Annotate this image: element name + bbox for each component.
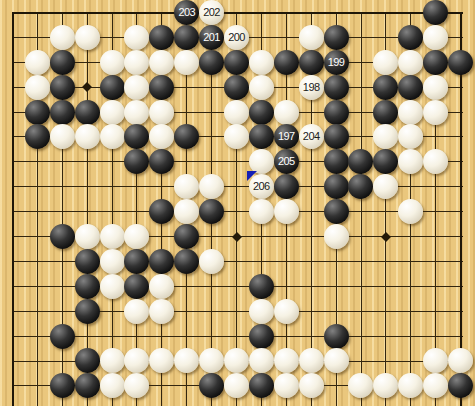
stone-black bbox=[324, 324, 349, 349]
board-cell[interactable] bbox=[100, 249, 125, 274]
board-cell[interactable] bbox=[423, 0, 448, 25]
board-cell[interactable] bbox=[50, 124, 75, 149]
board-cell[interactable] bbox=[274, 373, 299, 398]
board-cell[interactable] bbox=[149, 348, 174, 373]
move-number-label: 206 bbox=[253, 181, 270, 192]
stone-white: 204 bbox=[299, 124, 324, 149]
board-cell[interactable] bbox=[249, 348, 274, 373]
last-move-marker bbox=[247, 171, 257, 181]
board-cell[interactable] bbox=[75, 348, 100, 373]
board-cell[interactable] bbox=[100, 50, 125, 75]
stone-white bbox=[249, 75, 274, 100]
board-cell[interactable] bbox=[324, 25, 349, 50]
board-cell[interactable] bbox=[149, 274, 174, 299]
board-cell[interactable] bbox=[324, 124, 349, 149]
stone-white bbox=[274, 348, 299, 373]
board-cell[interactable] bbox=[348, 174, 373, 199]
stone-black bbox=[324, 75, 349, 100]
stone-black bbox=[324, 174, 349, 199]
stone-white bbox=[75, 124, 100, 149]
board-cell[interactable] bbox=[324, 224, 349, 249]
stone-white bbox=[373, 124, 398, 149]
board-cell[interactable] bbox=[324, 174, 349, 199]
board-cell[interactable] bbox=[224, 75, 249, 100]
board-cell[interactable] bbox=[398, 50, 423, 75]
board-cell[interactable] bbox=[75, 124, 100, 149]
stone-black bbox=[199, 373, 224, 398]
stone-black bbox=[274, 174, 299, 199]
stone-white bbox=[448, 348, 473, 373]
board-cell[interactable] bbox=[373, 124, 398, 149]
board-cell[interactable] bbox=[324, 348, 349, 373]
board-cell[interactable] bbox=[100, 274, 125, 299]
board-cell[interactable] bbox=[299, 373, 324, 398]
board-cell[interactable] bbox=[199, 174, 224, 199]
move-number-label: 198 bbox=[303, 82, 320, 93]
board-cell[interactable] bbox=[398, 124, 423, 149]
stone-black bbox=[423, 50, 448, 75]
stone-white bbox=[25, 75, 50, 100]
stone-black bbox=[124, 149, 149, 174]
board-cell[interactable] bbox=[75, 274, 100, 299]
stone-white bbox=[324, 224, 349, 249]
board-cell[interactable] bbox=[100, 373, 125, 398]
move-number-label: 205 bbox=[278, 156, 295, 167]
stone-white bbox=[224, 373, 249, 398]
board-cell[interactable] bbox=[348, 149, 373, 174]
stone-white bbox=[249, 50, 274, 75]
board-cell[interactable] bbox=[199, 348, 224, 373]
stone-black bbox=[124, 249, 149, 274]
board-cell[interactable] bbox=[249, 100, 274, 125]
stone-black bbox=[50, 373, 75, 398]
board-cell[interactable] bbox=[174, 348, 199, 373]
stone-black: 201 bbox=[199, 25, 224, 50]
board-cell[interactable] bbox=[373, 75, 398, 100]
stone-black bbox=[249, 324, 274, 349]
board-cell[interactable]: 202 bbox=[199, 0, 224, 25]
stone-white bbox=[224, 100, 249, 125]
board-cell[interactable] bbox=[448, 348, 473, 373]
board-cell[interactable] bbox=[423, 100, 448, 125]
board-cell[interactable] bbox=[398, 199, 423, 224]
stone-black bbox=[423, 0, 448, 25]
stone-white bbox=[423, 373, 448, 398]
stone-white bbox=[274, 373, 299, 398]
board-cell[interactable] bbox=[249, 124, 274, 149]
board-cell[interactable] bbox=[398, 149, 423, 174]
board-cell[interactable] bbox=[448, 50, 473, 75]
board-cell[interactable] bbox=[324, 199, 349, 224]
board-cell[interactable] bbox=[274, 50, 299, 75]
stone-black bbox=[224, 75, 249, 100]
board-cell[interactable] bbox=[423, 75, 448, 100]
stone-white bbox=[423, 348, 448, 373]
stone-white bbox=[50, 124, 75, 149]
stone-white bbox=[398, 100, 423, 125]
stone-black bbox=[324, 149, 349, 174]
stone-white bbox=[149, 124, 174, 149]
board-cell[interactable] bbox=[274, 299, 299, 324]
stone-white bbox=[149, 274, 174, 299]
stone-black bbox=[100, 75, 125, 100]
stone-white bbox=[423, 100, 448, 125]
board-cell[interactable] bbox=[249, 75, 274, 100]
board-cell[interactable] bbox=[75, 299, 100, 324]
board-cell[interactable] bbox=[50, 224, 75, 249]
stone-white bbox=[249, 348, 274, 373]
board-cell[interactable] bbox=[174, 199, 199, 224]
stone-black bbox=[324, 199, 349, 224]
stone-white bbox=[224, 348, 249, 373]
stone-white bbox=[299, 373, 324, 398]
stone-white bbox=[100, 274, 125, 299]
stone-black bbox=[50, 100, 75, 125]
stone-black bbox=[50, 75, 75, 100]
board-cell[interactable] bbox=[75, 224, 100, 249]
board-cell[interactable] bbox=[124, 25, 149, 50]
board-cell[interactable] bbox=[299, 25, 324, 50]
stone-black bbox=[124, 274, 149, 299]
stone-black bbox=[75, 100, 100, 125]
board-cell[interactable] bbox=[75, 249, 100, 274]
board-cell[interactable] bbox=[25, 124, 50, 149]
board-cell[interactable] bbox=[50, 75, 75, 100]
board-cell[interactable] bbox=[149, 199, 174, 224]
board-cell[interactable] bbox=[50, 324, 75, 349]
stone-white bbox=[149, 100, 174, 125]
move-number-label: 197 bbox=[278, 131, 295, 142]
board-cell[interactable] bbox=[249, 373, 274, 398]
board-cell[interactable] bbox=[274, 100, 299, 125]
board-cell[interactable] bbox=[124, 149, 149, 174]
stone-white bbox=[124, 299, 149, 324]
board-cell[interactable] bbox=[149, 249, 174, 274]
stone-black bbox=[373, 149, 398, 174]
board-cell[interactable] bbox=[199, 199, 224, 224]
stone-black bbox=[199, 199, 224, 224]
stone-white bbox=[398, 124, 423, 149]
board-cell[interactable]: 201 bbox=[199, 25, 224, 50]
stone-white bbox=[199, 249, 224, 274]
stone-black bbox=[373, 100, 398, 125]
stone-white bbox=[423, 149, 448, 174]
stone-white: 198 bbox=[299, 75, 324, 100]
stone-white: 200 bbox=[224, 25, 249, 50]
stone-black bbox=[75, 274, 100, 299]
stone-white bbox=[149, 50, 174, 75]
stone-black bbox=[149, 75, 174, 100]
stone-white bbox=[75, 25, 100, 50]
stone-black bbox=[348, 174, 373, 199]
stone-black bbox=[149, 199, 174, 224]
board-cell[interactable] bbox=[398, 100, 423, 125]
stone-black bbox=[224, 50, 249, 75]
stone-white bbox=[398, 149, 423, 174]
stone-white bbox=[100, 100, 125, 125]
board-cell[interactable] bbox=[249, 299, 274, 324]
board-cell[interactable] bbox=[100, 224, 125, 249]
stone-black: 199 bbox=[324, 50, 349, 75]
board-cell[interactable] bbox=[199, 373, 224, 398]
board-cell[interactable] bbox=[124, 299, 149, 324]
board-cell[interactable] bbox=[149, 25, 174, 50]
board-cell[interactable]: 199 bbox=[324, 50, 349, 75]
board-cell[interactable] bbox=[249, 324, 274, 349]
board-cell[interactable] bbox=[50, 100, 75, 125]
board-cell[interactable] bbox=[423, 50, 448, 75]
stone-white bbox=[224, 124, 249, 149]
board-cell[interactable] bbox=[149, 149, 174, 174]
board-cell[interactable]: 200 bbox=[224, 25, 249, 50]
go-board[interactable]: 203202201200199198197204205206 bbox=[0, 0, 475, 406]
stone-white bbox=[100, 348, 125, 373]
stone-black bbox=[149, 249, 174, 274]
board-cell[interactable] bbox=[149, 299, 174, 324]
stone-white bbox=[174, 50, 199, 75]
stone-black bbox=[249, 274, 274, 299]
stone-white bbox=[100, 249, 125, 274]
board-cell[interactable] bbox=[124, 274, 149, 299]
board-cell[interactable] bbox=[324, 100, 349, 125]
board-cell[interactable] bbox=[124, 75, 149, 100]
board-cell[interactable] bbox=[124, 100, 149, 125]
stone-white bbox=[149, 299, 174, 324]
board-cell[interactable] bbox=[423, 373, 448, 398]
stone-black bbox=[324, 100, 349, 125]
move-number-label: 202 bbox=[203, 7, 220, 18]
stone-black bbox=[75, 299, 100, 324]
move-number-label: 201 bbox=[203, 32, 220, 43]
stone-white bbox=[124, 100, 149, 125]
stone-black bbox=[75, 348, 100, 373]
stone-white bbox=[348, 373, 373, 398]
stone-black bbox=[25, 124, 50, 149]
board-cell[interactable] bbox=[75, 100, 100, 125]
stone-black bbox=[75, 373, 100, 398]
board-cell[interactable] bbox=[50, 373, 75, 398]
stone-white bbox=[324, 348, 349, 373]
board-cell[interactable] bbox=[174, 224, 199, 249]
board-cell[interactable] bbox=[50, 25, 75, 50]
board-cell[interactable]: 204 bbox=[299, 124, 324, 149]
stone-black bbox=[149, 25, 174, 50]
board-cell[interactable] bbox=[224, 50, 249, 75]
board-cell[interactable] bbox=[100, 75, 125, 100]
board-cell[interactable] bbox=[373, 100, 398, 125]
stone-white bbox=[124, 373, 149, 398]
stone-black bbox=[373, 75, 398, 100]
board-cell[interactable] bbox=[324, 75, 349, 100]
board-cell[interactable] bbox=[398, 373, 423, 398]
board-cell[interactable] bbox=[25, 75, 50, 100]
board-cell[interactable] bbox=[249, 199, 274, 224]
stone-white bbox=[249, 199, 274, 224]
stone-black bbox=[174, 124, 199, 149]
stone-white: 202 bbox=[199, 0, 224, 25]
board-cell[interactable] bbox=[324, 149, 349, 174]
stone-white bbox=[423, 25, 448, 50]
board-cell[interactable] bbox=[149, 100, 174, 125]
stone-white bbox=[124, 25, 149, 50]
board-cell[interactable] bbox=[100, 348, 125, 373]
board-cell[interactable] bbox=[423, 348, 448, 373]
board-cell[interactable] bbox=[199, 50, 224, 75]
board-cell[interactable] bbox=[50, 50, 75, 75]
stone-white bbox=[124, 75, 149, 100]
stone-black bbox=[249, 100, 274, 125]
board-cell[interactable] bbox=[25, 50, 50, 75]
stone-white bbox=[299, 25, 324, 50]
stone-black bbox=[324, 25, 349, 50]
stone-black bbox=[398, 75, 423, 100]
stone-white bbox=[100, 224, 125, 249]
board-cell[interactable] bbox=[373, 174, 398, 199]
board-cell[interactable] bbox=[25, 100, 50, 125]
stone-black bbox=[448, 50, 473, 75]
stone-black bbox=[174, 249, 199, 274]
board-cell[interactable] bbox=[149, 124, 174, 149]
stone-white bbox=[274, 100, 299, 125]
stone-white bbox=[423, 75, 448, 100]
board-cell[interactable] bbox=[398, 25, 423, 50]
board-cell[interactable] bbox=[423, 149, 448, 174]
board-cell[interactable] bbox=[249, 50, 274, 75]
stone-white bbox=[398, 373, 423, 398]
stone-black bbox=[299, 50, 324, 75]
stone-black bbox=[324, 124, 349, 149]
board-cell[interactable]: 205 bbox=[274, 149, 299, 174]
board-cell[interactable]: 197 bbox=[274, 124, 299, 149]
board-cell[interactable] bbox=[398, 75, 423, 100]
stone-black bbox=[274, 50, 299, 75]
board-cell[interactable] bbox=[373, 50, 398, 75]
board-cell[interactable] bbox=[124, 348, 149, 373]
board-cell[interactable] bbox=[224, 373, 249, 398]
stone-white bbox=[50, 25, 75, 50]
board-cell[interactable]: 198 bbox=[299, 75, 324, 100]
stone-white bbox=[299, 348, 324, 373]
stone-white bbox=[174, 199, 199, 224]
stone-white: 206 bbox=[249, 174, 274, 199]
board-cell[interactable] bbox=[299, 50, 324, 75]
stone-white bbox=[100, 373, 125, 398]
stone-black bbox=[149, 149, 174, 174]
stone-black: 203 bbox=[174, 0, 199, 25]
stone-white bbox=[124, 50, 149, 75]
board-cell[interactable] bbox=[249, 274, 274, 299]
board-cell[interactable]: 206 bbox=[249, 174, 274, 199]
board-cell[interactable] bbox=[100, 100, 125, 125]
stone-white bbox=[373, 373, 398, 398]
board-cell[interactable] bbox=[174, 249, 199, 274]
board-cell[interactable] bbox=[174, 174, 199, 199]
stone-white bbox=[274, 199, 299, 224]
board-cell[interactable] bbox=[373, 373, 398, 398]
stone-black bbox=[50, 224, 75, 249]
board-cell[interactable] bbox=[448, 373, 473, 398]
board-cell[interactable] bbox=[174, 50, 199, 75]
board-cell[interactable] bbox=[149, 50, 174, 75]
stone-white bbox=[249, 299, 274, 324]
stone-white bbox=[149, 348, 174, 373]
stone-white bbox=[75, 224, 100, 249]
stone-black bbox=[249, 373, 274, 398]
stone-black bbox=[249, 124, 274, 149]
board-cell[interactable] bbox=[124, 124, 149, 149]
board-cell[interactable]: 203 bbox=[174, 0, 199, 25]
stone-black bbox=[398, 25, 423, 50]
board-cell[interactable] bbox=[124, 373, 149, 398]
stone-white bbox=[199, 174, 224, 199]
stone-white bbox=[199, 348, 224, 373]
stone-white bbox=[398, 199, 423, 224]
board-cell[interactable] bbox=[75, 373, 100, 398]
move-number-label: 200 bbox=[228, 32, 245, 43]
board-cell[interactable] bbox=[324, 324, 349, 349]
board-cell[interactable] bbox=[299, 348, 324, 373]
move-number-label: 204 bbox=[303, 131, 320, 142]
board-cell[interactable] bbox=[224, 124, 249, 149]
stone-white bbox=[373, 50, 398, 75]
stone-white bbox=[174, 348, 199, 373]
board-cell[interactable] bbox=[174, 124, 199, 149]
stone-black bbox=[199, 50, 224, 75]
stone-white bbox=[25, 50, 50, 75]
stone-black: 197 bbox=[274, 124, 299, 149]
board-cell[interactable] bbox=[124, 249, 149, 274]
board-cell[interactable] bbox=[274, 199, 299, 224]
stone-black: 205 bbox=[274, 149, 299, 174]
stone-black bbox=[75, 249, 100, 274]
stone-white bbox=[100, 50, 125, 75]
stone-black bbox=[448, 373, 473, 398]
board-cell[interactable] bbox=[274, 348, 299, 373]
stone-black bbox=[25, 100, 50, 125]
board-cell[interactable] bbox=[373, 149, 398, 174]
board-cell[interactable] bbox=[174, 25, 199, 50]
stone-white bbox=[174, 174, 199, 199]
stone-black bbox=[174, 25, 199, 50]
board-cell[interactable] bbox=[124, 50, 149, 75]
board-cell[interactable] bbox=[224, 100, 249, 125]
stone-white bbox=[100, 124, 125, 149]
stone-black bbox=[50, 50, 75, 75]
board-cell[interactable] bbox=[100, 124, 125, 149]
move-number-label: 199 bbox=[328, 57, 345, 68]
board-cell[interactable] bbox=[348, 373, 373, 398]
board-cell[interactable] bbox=[75, 25, 100, 50]
stone-white bbox=[274, 299, 299, 324]
stone-white bbox=[124, 224, 149, 249]
stone-black bbox=[124, 124, 149, 149]
stone-white bbox=[373, 174, 398, 199]
board-cell[interactable] bbox=[274, 174, 299, 199]
board-cell[interactable] bbox=[124, 224, 149, 249]
board-cell[interactable] bbox=[423, 25, 448, 50]
stone-black bbox=[50, 324, 75, 349]
stone-black bbox=[348, 149, 373, 174]
board-cell[interactable] bbox=[224, 348, 249, 373]
stone-white bbox=[124, 348, 149, 373]
stone-white bbox=[398, 50, 423, 75]
board-cell[interactable] bbox=[149, 75, 174, 100]
stones-layer: 203202201200199198197204205206 bbox=[0, 0, 473, 406]
move-number-label: 203 bbox=[178, 7, 195, 18]
stone-black bbox=[174, 224, 199, 249]
board-cell[interactable] bbox=[199, 249, 224, 274]
